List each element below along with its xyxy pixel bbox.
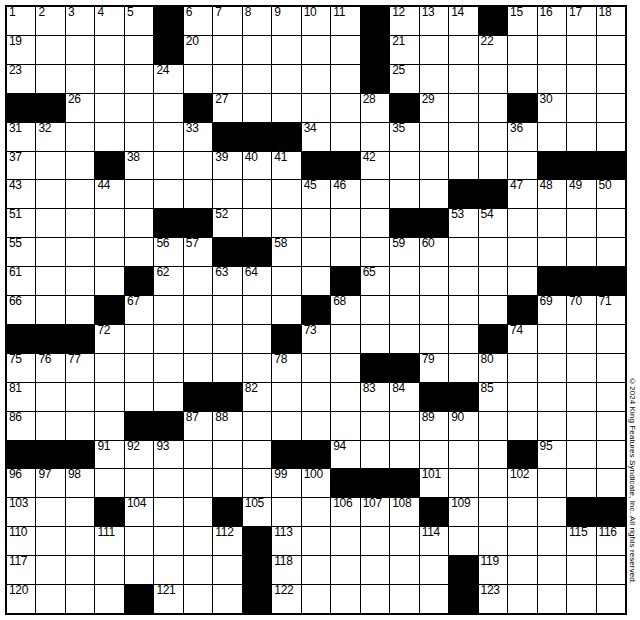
white-square[interactable] bbox=[36, 412, 64, 440]
white-square[interactable]: 113 bbox=[272, 527, 300, 555]
white-square[interactable] bbox=[449, 441, 477, 469]
white-square[interactable]: 23 bbox=[7, 65, 35, 93]
white-square[interactable] bbox=[390, 152, 418, 180]
white-square[interactable] bbox=[213, 325, 241, 353]
white-square[interactable] bbox=[390, 325, 418, 353]
white-square[interactable]: 54 bbox=[479, 209, 507, 237]
white-square[interactable]: 26 bbox=[66, 94, 94, 122]
white-square[interactable] bbox=[243, 441, 271, 469]
white-square[interactable]: 30 bbox=[538, 94, 566, 122]
white-square[interactable] bbox=[36, 36, 64, 64]
white-square[interactable]: 96 bbox=[7, 469, 35, 497]
white-square[interactable] bbox=[243, 94, 271, 122]
white-square[interactable] bbox=[66, 152, 94, 180]
white-square[interactable] bbox=[567, 36, 595, 64]
white-square[interactable]: 69 bbox=[538, 296, 566, 324]
white-square[interactable] bbox=[243, 36, 271, 64]
white-square[interactable] bbox=[184, 180, 212, 208]
white-square[interactable] bbox=[420, 441, 448, 469]
white-square[interactable]: 82 bbox=[243, 383, 271, 411]
white-square[interactable] bbox=[243, 65, 271, 93]
white-square[interactable] bbox=[125, 383, 153, 411]
white-square[interactable] bbox=[331, 36, 359, 64]
white-square[interactable] bbox=[390, 441, 418, 469]
white-square[interactable]: 105 bbox=[243, 498, 271, 526]
white-square[interactable]: 64 bbox=[243, 267, 271, 295]
white-square[interactable]: 53 bbox=[449, 209, 477, 237]
white-square[interactable] bbox=[154, 527, 182, 555]
white-square[interactable] bbox=[361, 296, 389, 324]
white-square[interactable] bbox=[125, 325, 153, 353]
white-square[interactable] bbox=[36, 498, 64, 526]
white-square[interactable] bbox=[420, 296, 448, 324]
white-square[interactable] bbox=[66, 498, 94, 526]
white-square[interactable]: 75 bbox=[7, 354, 35, 382]
white-square[interactable] bbox=[567, 325, 595, 353]
white-square[interactable] bbox=[36, 585, 64, 613]
white-square[interactable] bbox=[125, 469, 153, 497]
white-square[interactable] bbox=[449, 152, 477, 180]
white-square[interactable] bbox=[538, 383, 566, 411]
white-square[interactable] bbox=[36, 238, 64, 266]
white-square[interactable] bbox=[95, 94, 123, 122]
white-square[interactable] bbox=[36, 65, 64, 93]
white-square[interactable] bbox=[125, 94, 153, 122]
white-square[interactable] bbox=[390, 556, 418, 584]
white-square[interactable]: 110 bbox=[7, 527, 35, 555]
white-square[interactable] bbox=[184, 152, 212, 180]
white-square[interactable]: 86 bbox=[7, 412, 35, 440]
white-square[interactable] bbox=[567, 94, 595, 122]
white-square[interactable] bbox=[302, 267, 330, 295]
white-square[interactable] bbox=[272, 180, 300, 208]
white-square[interactable]: 80 bbox=[479, 354, 507, 382]
white-square[interactable] bbox=[508, 354, 536, 382]
white-square[interactable] bbox=[361, 209, 389, 237]
white-square[interactable]: 62 bbox=[154, 267, 182, 295]
white-square[interactable]: 44 bbox=[95, 180, 123, 208]
white-square[interactable] bbox=[213, 585, 241, 613]
white-square[interactable]: 11 bbox=[331, 7, 359, 35]
white-square[interactable] bbox=[597, 441, 625, 469]
white-square[interactable] bbox=[331, 238, 359, 266]
white-square[interactable] bbox=[508, 498, 536, 526]
white-square[interactable] bbox=[184, 469, 212, 497]
white-square[interactable] bbox=[154, 383, 182, 411]
white-square[interactable]: 101 bbox=[420, 469, 448, 497]
white-square[interactable] bbox=[508, 556, 536, 584]
white-square[interactable]: 61 bbox=[7, 267, 35, 295]
white-square[interactable] bbox=[597, 556, 625, 584]
white-square[interactable] bbox=[272, 383, 300, 411]
white-square[interactable]: 108 bbox=[390, 498, 418, 526]
white-square[interactable] bbox=[508, 152, 536, 180]
white-square[interactable]: 35 bbox=[390, 123, 418, 151]
white-square[interactable] bbox=[243, 325, 271, 353]
white-square[interactable]: 109 bbox=[449, 498, 477, 526]
white-square[interactable]: 99 bbox=[272, 469, 300, 497]
white-square[interactable] bbox=[538, 556, 566, 584]
white-square[interactable]: 41 bbox=[272, 152, 300, 180]
white-square[interactable] bbox=[479, 527, 507, 555]
white-square[interactable]: 43 bbox=[7, 180, 35, 208]
white-square[interactable] bbox=[420, 180, 448, 208]
white-square[interactable] bbox=[125, 354, 153, 382]
white-square[interactable] bbox=[213, 180, 241, 208]
white-square[interactable] bbox=[302, 354, 330, 382]
white-square[interactable] bbox=[95, 412, 123, 440]
white-square[interactable] bbox=[66, 123, 94, 151]
white-square[interactable]: 93 bbox=[154, 441, 182, 469]
white-square[interactable]: 115 bbox=[567, 527, 595, 555]
white-square[interactable] bbox=[331, 585, 359, 613]
white-square[interactable]: 18 bbox=[597, 7, 625, 35]
white-square[interactable]: 33 bbox=[184, 123, 212, 151]
white-square[interactable] bbox=[331, 65, 359, 93]
white-square[interactable] bbox=[95, 556, 123, 584]
white-square[interactable]: 118 bbox=[272, 556, 300, 584]
white-square[interactable] bbox=[390, 527, 418, 555]
white-square[interactable]: 4 bbox=[95, 7, 123, 35]
white-square[interactable] bbox=[567, 556, 595, 584]
white-square[interactable]: 36 bbox=[508, 123, 536, 151]
white-square[interactable] bbox=[154, 354, 182, 382]
white-square[interactable]: 7 bbox=[213, 7, 241, 35]
white-square[interactable] bbox=[597, 209, 625, 237]
white-square[interactable] bbox=[213, 556, 241, 584]
white-square[interactable]: 103 bbox=[7, 498, 35, 526]
white-square[interactable] bbox=[479, 152, 507, 180]
white-square[interactable] bbox=[331, 123, 359, 151]
white-square[interactable]: 92 bbox=[125, 441, 153, 469]
white-square[interactable]: 42 bbox=[361, 152, 389, 180]
white-square[interactable] bbox=[420, 325, 448, 353]
white-square[interactable]: 16 bbox=[538, 7, 566, 35]
white-square[interactable] bbox=[420, 36, 448, 64]
white-square[interactable] bbox=[420, 267, 448, 295]
white-square[interactable] bbox=[213, 36, 241, 64]
white-square[interactable] bbox=[597, 238, 625, 266]
white-square[interactable]: 123 bbox=[479, 585, 507, 613]
white-square[interactable]: 13 bbox=[420, 7, 448, 35]
white-square[interactable] bbox=[420, 152, 448, 180]
white-square[interactable] bbox=[449, 267, 477, 295]
white-square[interactable] bbox=[449, 325, 477, 353]
white-square[interactable]: 21 bbox=[390, 36, 418, 64]
white-square[interactable]: 97 bbox=[36, 469, 64, 497]
white-square[interactable] bbox=[184, 325, 212, 353]
white-square[interactable] bbox=[538, 209, 566, 237]
white-square[interactable] bbox=[184, 65, 212, 93]
white-square[interactable]: 24 bbox=[154, 65, 182, 93]
white-square[interactable] bbox=[597, 469, 625, 497]
white-square[interactable] bbox=[125, 65, 153, 93]
white-square[interactable]: 6 bbox=[184, 7, 212, 35]
white-square[interactable]: 102 bbox=[508, 469, 536, 497]
white-square[interactable] bbox=[243, 354, 271, 382]
white-square[interactable] bbox=[390, 412, 418, 440]
white-square[interactable]: 56 bbox=[154, 238, 182, 266]
white-square[interactable]: 58 bbox=[272, 238, 300, 266]
white-square[interactable] bbox=[184, 498, 212, 526]
white-square[interactable] bbox=[302, 498, 330, 526]
white-square[interactable] bbox=[361, 585, 389, 613]
white-square[interactable]: 85 bbox=[479, 383, 507, 411]
white-square[interactable] bbox=[95, 469, 123, 497]
white-square[interactable]: 74 bbox=[508, 325, 536, 353]
white-square[interactable] bbox=[154, 469, 182, 497]
white-square[interactable] bbox=[508, 267, 536, 295]
white-square[interactable]: 12 bbox=[390, 7, 418, 35]
white-square[interactable]: 45 bbox=[302, 180, 330, 208]
white-square[interactable]: 112 bbox=[213, 527, 241, 555]
white-square[interactable] bbox=[66, 412, 94, 440]
white-square[interactable] bbox=[390, 585, 418, 613]
white-square[interactable] bbox=[125, 123, 153, 151]
white-square[interactable]: 120 bbox=[7, 585, 35, 613]
white-square[interactable]: 111 bbox=[95, 527, 123, 555]
white-square[interactable]: 39 bbox=[213, 152, 241, 180]
white-square[interactable] bbox=[243, 180, 271, 208]
white-square[interactable] bbox=[567, 383, 595, 411]
white-square[interactable]: 17 bbox=[567, 7, 595, 35]
white-square[interactable] bbox=[213, 469, 241, 497]
white-square[interactable]: 3 bbox=[66, 7, 94, 35]
white-square[interactable] bbox=[302, 383, 330, 411]
white-square[interactable] bbox=[508, 412, 536, 440]
white-square[interactable]: 51 bbox=[7, 209, 35, 237]
white-square[interactable] bbox=[154, 498, 182, 526]
white-square[interactable] bbox=[567, 469, 595, 497]
white-square[interactable]: 29 bbox=[420, 94, 448, 122]
white-square[interactable]: 40 bbox=[243, 152, 271, 180]
white-square[interactable]: 116 bbox=[597, 527, 625, 555]
white-square[interactable] bbox=[390, 267, 418, 295]
white-square[interactable] bbox=[184, 354, 212, 382]
white-square[interactable]: 73 bbox=[302, 325, 330, 353]
white-square[interactable] bbox=[184, 267, 212, 295]
white-square[interactable] bbox=[479, 296, 507, 324]
white-square[interactable]: 76 bbox=[36, 354, 64, 382]
white-square[interactable] bbox=[538, 123, 566, 151]
white-square[interactable] bbox=[272, 209, 300, 237]
white-square[interactable] bbox=[567, 209, 595, 237]
white-square[interactable] bbox=[479, 441, 507, 469]
white-square[interactable]: 46 bbox=[331, 180, 359, 208]
white-square[interactable] bbox=[36, 383, 64, 411]
white-square[interactable] bbox=[154, 296, 182, 324]
white-square[interactable]: 81 bbox=[7, 383, 35, 411]
white-square[interactable]: 106 bbox=[331, 498, 359, 526]
white-square[interactable]: 48 bbox=[538, 180, 566, 208]
white-square[interactable] bbox=[184, 585, 212, 613]
white-square[interactable] bbox=[449, 354, 477, 382]
white-square[interactable] bbox=[66, 527, 94, 555]
white-square[interactable]: 1 bbox=[7, 7, 35, 35]
white-square[interactable]: 94 bbox=[331, 441, 359, 469]
white-square[interactable] bbox=[331, 354, 359, 382]
white-square[interactable] bbox=[66, 267, 94, 295]
white-square[interactable] bbox=[154, 94, 182, 122]
white-square[interactable]: 114 bbox=[420, 527, 448, 555]
white-square[interactable] bbox=[95, 36, 123, 64]
white-square[interactable] bbox=[66, 585, 94, 613]
white-square[interactable]: 78 bbox=[272, 354, 300, 382]
white-square[interactable] bbox=[361, 527, 389, 555]
white-square[interactable] bbox=[66, 36, 94, 64]
white-square[interactable] bbox=[125, 556, 153, 584]
white-square[interactable] bbox=[331, 383, 359, 411]
white-square[interactable] bbox=[331, 556, 359, 584]
white-square[interactable]: 25 bbox=[390, 65, 418, 93]
white-square[interactable]: 90 bbox=[449, 412, 477, 440]
white-square[interactable] bbox=[479, 498, 507, 526]
white-square[interactable] bbox=[95, 65, 123, 93]
white-square[interactable] bbox=[66, 556, 94, 584]
white-square[interactable] bbox=[272, 65, 300, 93]
white-square[interactable] bbox=[95, 123, 123, 151]
white-square[interactable]: 95 bbox=[538, 441, 566, 469]
white-square[interactable]: 84 bbox=[390, 383, 418, 411]
white-square[interactable]: 63 bbox=[213, 267, 241, 295]
white-square[interactable] bbox=[184, 296, 212, 324]
white-square[interactable] bbox=[508, 209, 536, 237]
white-square[interactable] bbox=[272, 498, 300, 526]
white-square[interactable] bbox=[243, 469, 271, 497]
white-square[interactable] bbox=[479, 94, 507, 122]
white-square[interactable]: 50 bbox=[597, 180, 625, 208]
white-square[interactable] bbox=[302, 556, 330, 584]
white-square[interactable]: 88 bbox=[213, 412, 241, 440]
white-square[interactable] bbox=[449, 469, 477, 497]
white-square[interactable]: 49 bbox=[567, 180, 595, 208]
white-square[interactable] bbox=[66, 180, 94, 208]
white-square[interactable]: 122 bbox=[272, 585, 300, 613]
white-square[interactable]: 77 bbox=[66, 354, 94, 382]
white-square[interactable]: 20 bbox=[184, 36, 212, 64]
white-square[interactable] bbox=[567, 441, 595, 469]
white-square[interactable]: 2 bbox=[36, 7, 64, 35]
white-square[interactable] bbox=[125, 180, 153, 208]
white-square[interactable] bbox=[567, 238, 595, 266]
white-square[interactable] bbox=[508, 36, 536, 64]
white-square[interactable] bbox=[302, 585, 330, 613]
white-square[interactable] bbox=[36, 296, 64, 324]
white-square[interactable] bbox=[538, 325, 566, 353]
white-square[interactable] bbox=[66, 209, 94, 237]
white-square[interactable] bbox=[420, 585, 448, 613]
white-square[interactable] bbox=[36, 209, 64, 237]
white-square[interactable]: 32 bbox=[36, 123, 64, 151]
white-square[interactable]: 60 bbox=[420, 238, 448, 266]
white-square[interactable] bbox=[331, 94, 359, 122]
white-square[interactable] bbox=[272, 94, 300, 122]
white-square[interactable]: 89 bbox=[420, 412, 448, 440]
white-square[interactable] bbox=[390, 296, 418, 324]
white-square[interactable]: 65 bbox=[361, 267, 389, 295]
white-square[interactable]: 19 bbox=[7, 36, 35, 64]
white-square[interactable] bbox=[361, 325, 389, 353]
white-square[interactable] bbox=[213, 296, 241, 324]
white-square[interactable]: 9 bbox=[272, 7, 300, 35]
white-square[interactable]: 79 bbox=[420, 354, 448, 382]
white-square[interactable] bbox=[479, 238, 507, 266]
white-square[interactable] bbox=[36, 152, 64, 180]
white-square[interactable] bbox=[66, 238, 94, 266]
white-square[interactable] bbox=[243, 209, 271, 237]
white-square[interactable] bbox=[302, 238, 330, 266]
white-square[interactable] bbox=[272, 36, 300, 64]
white-square[interactable]: 104 bbox=[125, 498, 153, 526]
white-square[interactable]: 38 bbox=[125, 152, 153, 180]
white-square[interactable]: 8 bbox=[243, 7, 271, 35]
white-square[interactable] bbox=[36, 180, 64, 208]
white-square[interactable] bbox=[154, 325, 182, 353]
white-square[interactable] bbox=[184, 527, 212, 555]
white-square[interactable] bbox=[95, 354, 123, 382]
white-square[interactable]: 15 bbox=[508, 7, 536, 35]
white-square[interactable] bbox=[597, 585, 625, 613]
white-square[interactable] bbox=[154, 180, 182, 208]
white-square[interactable] bbox=[184, 441, 212, 469]
white-square[interactable] bbox=[302, 94, 330, 122]
white-square[interactable] bbox=[449, 36, 477, 64]
white-square[interactable] bbox=[538, 36, 566, 64]
white-square[interactable] bbox=[243, 412, 271, 440]
white-square[interactable]: 59 bbox=[390, 238, 418, 266]
white-square[interactable] bbox=[479, 123, 507, 151]
white-square[interactable] bbox=[508, 383, 536, 411]
white-square[interactable]: 34 bbox=[302, 123, 330, 151]
white-square[interactable] bbox=[479, 412, 507, 440]
white-square[interactable] bbox=[95, 267, 123, 295]
white-square[interactable]: 31 bbox=[7, 123, 35, 151]
white-square[interactable] bbox=[95, 585, 123, 613]
white-square[interactable] bbox=[508, 238, 536, 266]
white-square[interactable] bbox=[449, 123, 477, 151]
white-square[interactable]: 28 bbox=[361, 94, 389, 122]
white-square[interactable] bbox=[538, 498, 566, 526]
white-square[interactable] bbox=[597, 354, 625, 382]
white-square[interactable] bbox=[95, 383, 123, 411]
white-square[interactable] bbox=[361, 238, 389, 266]
white-square[interactable] bbox=[597, 412, 625, 440]
white-square[interactable] bbox=[243, 296, 271, 324]
white-square[interactable] bbox=[567, 412, 595, 440]
white-square[interactable] bbox=[361, 180, 389, 208]
white-square[interactable] bbox=[154, 123, 182, 151]
white-square[interactable] bbox=[36, 527, 64, 555]
white-square[interactable] bbox=[125, 238, 153, 266]
white-square[interactable] bbox=[302, 209, 330, 237]
white-square[interactable] bbox=[66, 296, 94, 324]
white-square[interactable] bbox=[302, 65, 330, 93]
white-square[interactable] bbox=[95, 209, 123, 237]
white-square[interactable] bbox=[538, 527, 566, 555]
white-square[interactable] bbox=[420, 556, 448, 584]
white-square[interactable] bbox=[213, 441, 241, 469]
white-square[interactable] bbox=[597, 65, 625, 93]
white-square[interactable]: 117 bbox=[7, 556, 35, 584]
white-square[interactable] bbox=[36, 267, 64, 295]
white-square[interactable] bbox=[272, 412, 300, 440]
white-square[interactable] bbox=[449, 238, 477, 266]
white-square[interactable]: 47 bbox=[508, 180, 536, 208]
white-square[interactable] bbox=[479, 65, 507, 93]
white-square[interactable] bbox=[154, 556, 182, 584]
white-square[interactable] bbox=[538, 585, 566, 613]
white-square[interactable] bbox=[508, 527, 536, 555]
